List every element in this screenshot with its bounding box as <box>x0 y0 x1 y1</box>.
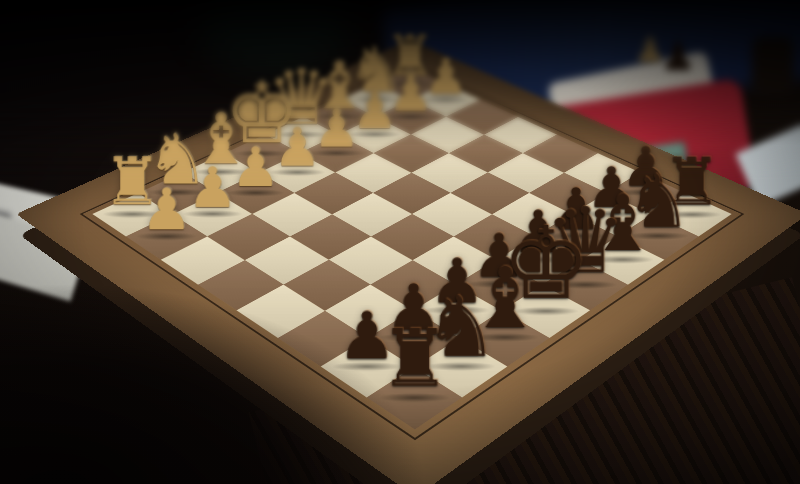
background-darkness <box>0 0 800 484</box>
tournament-chess-photo: ♟ ♟ ♜♟♟♜♞♟♟♞♝♟♟♝♛♟♟♛♚♟♟♚♝♟♟♝♞♟♟♞♜♟♟♜ <box>0 0 800 484</box>
